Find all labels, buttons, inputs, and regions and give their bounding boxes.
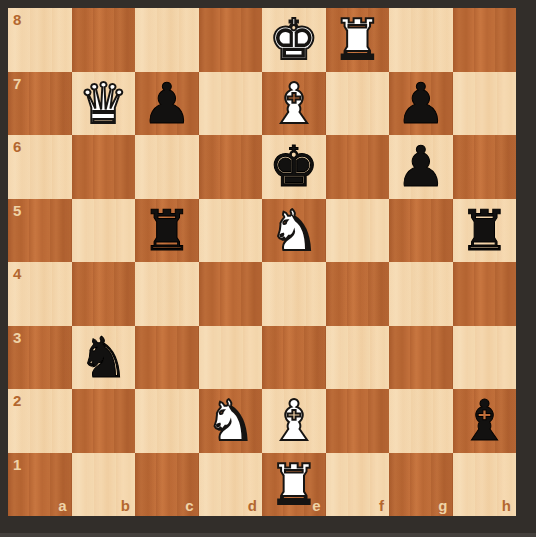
square-e4[interactable]: [262, 262, 326, 326]
piece-black-pawn-c7[interactable]: ♟: [142, 72, 192, 136]
square-e2[interactable]: ♝: [262, 389, 326, 453]
square-c6[interactable]: [135, 135, 199, 199]
square-e3[interactable]: [262, 326, 326, 390]
square-e8[interactable]: ♚: [262, 8, 326, 72]
square-g5[interactable]: [389, 199, 453, 263]
file-label-g: g: [438, 498, 447, 513]
file-label-a: a: [58, 498, 66, 513]
piece-white-bishop-e7[interactable]: ♝: [269, 72, 319, 136]
square-h5[interactable]: ♜: [453, 199, 517, 263]
file-label-f: f: [379, 498, 384, 513]
window-bottom-edge: [0, 533, 536, 537]
rank-label-7: 7: [13, 76, 21, 91]
rank-label-2: 2: [13, 393, 21, 408]
square-a8[interactable]: 8: [8, 8, 72, 72]
rank-label-1: 1: [13, 457, 21, 472]
square-a1[interactable]: 1a: [8, 453, 72, 517]
piece-white-knight-d2[interactable]: ♞: [205, 389, 255, 453]
piece-white-king-e8[interactable]: ♚: [269, 8, 319, 72]
square-b1[interactable]: b: [72, 453, 136, 517]
square-c3[interactable]: [135, 326, 199, 390]
piece-black-knight-b3[interactable]: ♞: [78, 326, 128, 390]
chess-board: 8♚♜7♛♟♝♟6♚♟5♜♞♜43♞2♞♝♝1abcde♜fgh: [8, 8, 516, 516]
board-frame: 8♚♜7♛♟♝♟6♚♟5♜♞♜43♞2♞♝♝1abcde♜fgh: [0, 0, 536, 537]
piece-black-bishop-h2[interactable]: ♝: [459, 389, 509, 453]
rank-label-4: 4: [13, 266, 21, 281]
square-e6[interactable]: ♚: [262, 135, 326, 199]
square-d2[interactable]: ♞: [199, 389, 263, 453]
square-g6[interactable]: ♟: [389, 135, 453, 199]
rank-label-6: 6: [13, 139, 21, 154]
piece-black-king-e6[interactable]: ♚: [269, 135, 319, 199]
piece-white-knight-e5[interactable]: ♞: [269, 199, 319, 263]
square-g7[interactable]: ♟: [389, 72, 453, 136]
square-h4[interactable]: [453, 262, 517, 326]
rank-label-8: 8: [13, 12, 21, 27]
square-c4[interactable]: [135, 262, 199, 326]
square-e7[interactable]: ♝: [262, 72, 326, 136]
square-g2[interactable]: [389, 389, 453, 453]
square-d3[interactable]: [199, 326, 263, 390]
square-f4[interactable]: [326, 262, 390, 326]
file-label-h: h: [502, 498, 511, 513]
square-b5[interactable]: [72, 199, 136, 263]
square-e5[interactable]: ♞: [262, 199, 326, 263]
square-h6[interactable]: [453, 135, 517, 199]
square-d5[interactable]: [199, 199, 263, 263]
piece-black-rook-h5[interactable]: ♜: [459, 199, 509, 263]
rank-label-3: 3: [13, 330, 21, 345]
square-b8[interactable]: [72, 8, 136, 72]
square-h2[interactable]: ♝: [453, 389, 517, 453]
square-a5[interactable]: 5: [8, 199, 72, 263]
square-b7[interactable]: ♛: [72, 72, 136, 136]
square-c1[interactable]: c: [135, 453, 199, 517]
square-e1[interactable]: e♜: [262, 453, 326, 517]
piece-black-rook-c5[interactable]: ♜: [142, 199, 192, 263]
square-h8[interactable]: [453, 8, 517, 72]
square-f1[interactable]: f: [326, 453, 390, 517]
piece-black-pawn-g7[interactable]: ♟: [396, 72, 446, 136]
square-g8[interactable]: [389, 8, 453, 72]
file-label-c: c: [185, 498, 193, 513]
square-d6[interactable]: [199, 135, 263, 199]
square-f6[interactable]: [326, 135, 390, 199]
square-g1[interactable]: g: [389, 453, 453, 517]
square-f7[interactable]: [326, 72, 390, 136]
square-b2[interactable]: [72, 389, 136, 453]
square-d4[interactable]: [199, 262, 263, 326]
square-f3[interactable]: [326, 326, 390, 390]
square-b3[interactable]: ♞: [72, 326, 136, 390]
square-h7[interactable]: [453, 72, 517, 136]
file-label-b: b: [121, 498, 130, 513]
square-h1[interactable]: h: [453, 453, 517, 517]
square-a7[interactable]: 7: [8, 72, 72, 136]
square-h3[interactable]: [453, 326, 517, 390]
square-c8[interactable]: [135, 8, 199, 72]
square-b6[interactable]: [72, 135, 136, 199]
piece-white-rook-e1[interactable]: ♜: [269, 453, 319, 517]
file-label-d: d: [248, 498, 257, 513]
piece-white-queen-b7[interactable]: ♛: [78, 72, 128, 136]
square-c7[interactable]: ♟: [135, 72, 199, 136]
square-a4[interactable]: 4: [8, 262, 72, 326]
square-f2[interactable]: [326, 389, 390, 453]
square-c5[interactable]: ♜: [135, 199, 199, 263]
piece-white-rook-f8[interactable]: ♜: [332, 8, 382, 72]
square-g3[interactable]: [389, 326, 453, 390]
square-b4[interactable]: [72, 262, 136, 326]
square-a3[interactable]: 3: [8, 326, 72, 390]
rank-label-5: 5: [13, 203, 21, 218]
square-d8[interactable]: [199, 8, 263, 72]
square-f5[interactable]: [326, 199, 390, 263]
piece-white-bishop-e2[interactable]: ♝: [269, 389, 319, 453]
square-a6[interactable]: 6: [8, 135, 72, 199]
square-d7[interactable]: [199, 72, 263, 136]
square-d1[interactable]: d: [199, 453, 263, 517]
piece-black-pawn-g6[interactable]: ♟: [396, 135, 446, 199]
square-g4[interactable]: [389, 262, 453, 326]
square-f8[interactable]: ♜: [326, 8, 390, 72]
square-c2[interactable]: [135, 389, 199, 453]
square-a2[interactable]: 2: [8, 389, 72, 453]
